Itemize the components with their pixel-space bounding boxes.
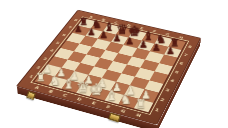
- rank-label: 5: [174, 70, 179, 74]
- rank-label: 1: [154, 107, 160, 112]
- rank-label: 4: [49, 49, 55, 53]
- file-label: D: [76, 96, 83, 101]
- rank-label: 6: [179, 61, 184, 65]
- file-label: A: [34, 85, 41, 90]
- board-frame: ABCDEFGH ABCDEFGH 87654321 87654321 ♜♞♝♛…: [16, 10, 201, 125]
- file-label: F: [106, 104, 112, 109]
- rank-label: 3: [165, 88, 170, 93]
- brass-clasp-left: [26, 91, 36, 100]
- chess-board: ABCDEFGH ABCDEFGH 87654321 87654321 ♜♞♝♛…: [16, 10, 201, 125]
- piece-white-rook[interactable]: ♜: [131, 98, 151, 110]
- square-h4[interactable]: [149, 71, 168, 83]
- rank-label: 2: [160, 97, 166, 102]
- piece-black-pawn[interactable]: ♟: [161, 46, 179, 56]
- rank-label: 5: [55, 41, 61, 45]
- rank-label: 3: [42, 57, 48, 61]
- file-label: C: [62, 92, 68, 97]
- square-h1[interactable]: ♜: [133, 98, 153, 112]
- square-e5[interactable]: [113, 53, 132, 65]
- square-h7[interactable]: ♟: [164, 47, 182, 58]
- file-label: G: [120, 108, 127, 113]
- file-label: E: [91, 100, 97, 105]
- rank-label: 8: [187, 45, 192, 49]
- file-label: B: [48, 89, 54, 94]
- rank-label: 7: [183, 53, 188, 57]
- file-label: H: [136, 112, 143, 117]
- rank-label: 6: [61, 33, 66, 37]
- chess-set-photo: ABCDEFGH ABCDEFGH 87654321 87654321 ♜♞♝♛…: [0, 0, 228, 128]
- rank-label: 4: [170, 79, 175, 84]
